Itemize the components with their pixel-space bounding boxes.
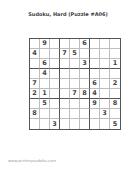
cell-r6c9[interactable] [110,89,120,99]
cell-r8c7[interactable] [90,109,100,119]
cell-r2c8[interactable] [100,49,110,59]
cell-r3c3[interactable] [50,59,60,69]
cell-r6c5[interactable]: 7 [70,89,80,99]
cell-r4c6[interactable] [80,69,90,79]
footer-url: www.printmysudoku.com [8,158,56,163]
cell-r4c2[interactable]: 4 [40,69,50,79]
cell-r9c9[interactable]: 5 [110,119,120,129]
given-digit: 7 [32,80,37,87]
cell-r2c6[interactable] [80,49,90,59]
given-digit: 8 [82,90,87,97]
sudoku-sheet: Sudoku, Hard (Puzzle #A06) 9647563147622… [0,0,136,176]
cell-r5c7[interactable]: 6 [90,79,100,89]
given-digit: 2 [113,80,118,87]
cell-r7c2[interactable]: 5 [40,99,50,109]
cell-r8c4[interactable] [60,109,70,119]
given-digit: 9 [42,40,47,47]
cell-r4c5[interactable] [70,69,80,79]
cell-r4c1[interactable] [30,69,40,79]
given-digit: 1 [42,90,47,97]
given-digit: 5 [113,121,118,128]
cell-r1c7[interactable] [90,39,100,49]
cell-r2c3[interactable] [50,49,60,59]
cell-r8c8[interactable]: 3 [100,109,110,119]
cell-r4c8[interactable] [100,69,110,79]
cell-r1c1[interactable] [30,39,40,49]
given-digit: 6 [92,80,97,87]
cell-r1c2[interactable]: 9 [40,39,50,49]
given-digit: 1 [113,60,118,67]
cell-r6c3[interactable] [50,89,60,99]
cell-r1c8[interactable] [100,39,110,49]
cell-r2c7[interactable] [90,49,100,59]
cell-r3c1[interactable] [30,59,40,69]
given-digit: 4 [92,90,97,97]
cell-r9c3[interactable]: 3 [50,119,60,129]
given-digit: 8 [113,100,118,107]
given-digit: 6 [82,40,87,47]
cell-r7c9[interactable]: 8 [110,99,120,109]
cell-r5c3[interactable] [50,79,60,89]
sudoku-grid: 964756314762217845988335 [29,38,121,130]
cell-r3c2[interactable]: 6 [40,59,50,69]
cell-r6c6[interactable]: 8 [80,89,90,99]
given-digit: 5 [42,100,47,107]
cell-r2c9[interactable] [110,49,120,59]
cell-r3c4[interactable] [60,59,70,69]
given-digit: 4 [42,70,47,77]
cell-r4c7[interactable] [90,69,100,79]
cell-r4c9[interactable] [110,69,120,79]
cell-r3c8[interactable] [100,59,110,69]
cell-r1c4[interactable] [60,39,70,49]
cell-r7c7[interactable]: 9 [90,99,100,109]
cell-r8c3[interactable] [50,109,60,119]
given-digit: 3 [52,121,57,128]
given-digit: 8 [32,110,37,117]
cell-r7c4[interactable] [60,99,70,109]
cell-r9c5[interactable] [70,119,80,129]
cell-r3c5[interactable] [70,59,80,69]
cell-r3c6[interactable]: 3 [80,59,90,69]
given-digit: 6 [42,60,47,67]
cell-r9c8[interactable] [100,119,110,129]
cell-r8c5[interactable] [70,109,80,119]
cell-r7c6[interactable] [80,99,90,109]
cell-r5c4[interactable] [60,79,70,89]
cell-r8c1[interactable]: 8 [30,109,40,119]
cell-r1c9[interactable] [110,39,120,49]
cell-r8c6[interactable] [80,109,90,119]
cell-r5c6[interactable] [80,79,90,89]
cell-r5c2[interactable] [40,79,50,89]
cell-r9c4[interactable] [60,119,70,129]
given-digit: 3 [102,110,107,117]
cell-r4c3[interactable] [50,69,60,79]
given-digit: 4 [32,50,37,57]
cell-r6c8[interactable] [100,89,110,99]
cell-r5c9[interactable]: 2 [110,79,120,89]
cell-r5c5[interactable] [70,79,80,89]
cell-r1c3[interactable] [50,39,60,49]
cell-r3c9[interactable]: 1 [110,59,120,69]
cell-r1c6[interactable]: 6 [80,39,90,49]
cell-r9c6[interactable] [80,119,90,129]
cell-r2c5[interactable]: 5 [70,49,80,59]
cell-r9c7[interactable] [90,119,100,129]
cell-r2c1[interactable]: 4 [30,49,40,59]
cell-r7c3[interactable] [50,99,60,109]
given-digit: 7 [72,90,77,97]
cell-r6c1[interactable]: 2 [30,89,40,99]
cell-r2c4[interactable]: 7 [60,49,70,59]
page-title: Sudoku, Hard (Puzzle #A06) [0,11,136,17]
cell-r6c2[interactable]: 1 [40,89,50,99]
given-digit: 7 [62,50,67,57]
cell-r7c1[interactable] [30,99,40,109]
given-digit: 2 [32,90,37,97]
cell-r7c8[interactable] [100,99,110,109]
cell-r4c4[interactable] [60,69,70,79]
cell-r7c5[interactable] [70,99,80,109]
cell-r6c7[interactable]: 4 [90,89,100,99]
cell-r9c2[interactable] [40,119,50,129]
cell-r3c7[interactable] [90,59,100,69]
given-digit: 3 [82,60,87,67]
cell-r1c5[interactable] [70,39,80,49]
cell-r8c9[interactable] [110,109,120,119]
cell-r5c1[interactable]: 7 [30,79,40,89]
cell-r5c8[interactable] [100,79,110,89]
cell-r9c1[interactable] [30,119,40,129]
given-digit: 5 [72,50,77,57]
cell-r2c2[interactable] [40,49,50,59]
given-digit: 9 [92,100,97,107]
cell-r6c4[interactable] [60,89,70,99]
cell-r8c2[interactable] [40,109,50,119]
